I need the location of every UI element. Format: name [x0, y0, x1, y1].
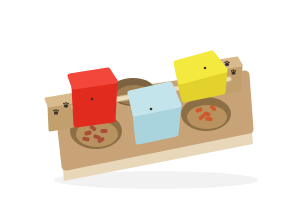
treat: [205, 117, 212, 122]
treat-well-right: [181, 97, 231, 131]
slider-pin-hole: [150, 108, 153, 111]
slider-pin-hole: [91, 98, 94, 101]
slider-red: [70, 70, 115, 125]
slider-blue: [130, 84, 179, 142]
product-photo-stage: [0, 0, 290, 218]
treat: [101, 129, 108, 133]
puzzle-toy-photo: [0, 0, 290, 218]
slider-red-top: [70, 70, 115, 87]
slider-pin-hole: [204, 67, 207, 70]
slider-yellow: [176, 53, 225, 100]
